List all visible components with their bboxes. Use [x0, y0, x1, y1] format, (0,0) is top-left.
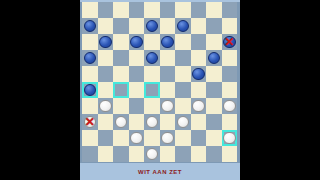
square-r7c3	[113, 98, 129, 114]
white-man[interactable]	[223, 132, 236, 145]
white-man[interactable]	[161, 100, 174, 113]
square-r4c5[interactable]	[144, 50, 160, 66]
blue-man[interactable]	[208, 52, 221, 65]
square-r9c3	[113, 130, 129, 146]
square-r10c8	[191, 146, 207, 162]
square-r3c1	[82, 34, 98, 50]
square-r2c8	[191, 18, 207, 34]
square-r3c6[interactable]	[160, 34, 176, 50]
blue-man[interactable]	[146, 20, 159, 33]
white-man[interactable]	[130, 132, 143, 145]
square-r5c4[interactable]	[129, 66, 145, 82]
white-man[interactable]	[161, 132, 174, 145]
square-r4c4	[129, 50, 145, 66]
white-man[interactable]	[115, 116, 128, 129]
square-r7c6[interactable]	[160, 98, 176, 114]
square-r8c3[interactable]	[113, 114, 129, 130]
square-r8c4	[129, 114, 145, 130]
blue-man[interactable]	[84, 20, 97, 33]
board: ✕✕	[82, 2, 237, 162]
square-r10c10	[222, 146, 238, 162]
square-r9c2[interactable]	[98, 130, 114, 146]
square-r1c3	[113, 2, 129, 18]
square-r8c10	[222, 114, 238, 130]
blue-man[interactable]	[192, 68, 205, 81]
square-r2c10	[222, 18, 238, 34]
blue-man-marked[interactable]: ✕	[223, 36, 236, 49]
square-r8c5[interactable]	[144, 114, 160, 130]
square-r8c9[interactable]	[206, 114, 222, 130]
square-r3c10[interactable]: ✕	[222, 34, 238, 50]
square-r3c5	[144, 34, 160, 50]
square-r2c9[interactable]	[206, 18, 222, 34]
square-r6c2	[98, 82, 114, 98]
app-panel: ✕✕ WIT AAN ZET	[80, 0, 240, 180]
square-r3c9	[206, 34, 222, 50]
square-r2c4	[129, 18, 145, 34]
square-r10c6	[160, 146, 176, 162]
square-r5c2[interactable]	[98, 66, 114, 82]
white-man[interactable]	[99, 100, 112, 113]
square-r1c10[interactable]	[222, 2, 238, 18]
square-r4c9[interactable]	[206, 50, 222, 66]
square-r1c9	[206, 2, 222, 18]
capture-x-icon: ✕	[85, 117, 96, 128]
square-r4c8	[191, 50, 207, 66]
turn-indicator: WIT AAN ZET	[138, 169, 182, 175]
letterbox-stage: ✕✕ WIT AAN ZET	[0, 0, 320, 180]
blue-man[interactable]	[146, 52, 159, 65]
square-r1c1	[82, 2, 98, 18]
square-r10c9[interactable]	[206, 146, 222, 162]
square-r8c1[interactable]: ✕	[82, 114, 98, 130]
square-r4c10	[222, 50, 238, 66]
square-r7c5	[144, 98, 160, 114]
square-r9c7	[175, 130, 191, 146]
square-r8c8	[191, 114, 207, 130]
square-r5c1	[82, 66, 98, 82]
square-r10c3[interactable]	[113, 146, 129, 162]
square-r2c2	[98, 18, 114, 34]
square-r9c4[interactable]	[129, 130, 145, 146]
square-r3c4[interactable]	[129, 34, 145, 50]
square-r2c1[interactable]	[82, 18, 98, 34]
square-r6c1[interactable]	[82, 82, 98, 98]
square-r5c10[interactable]	[222, 66, 238, 82]
square-r1c7	[175, 2, 191, 18]
white-man[interactable]	[177, 116, 190, 129]
square-r5c9	[206, 66, 222, 82]
square-r4c1[interactable]	[82, 50, 98, 66]
square-r4c3[interactable]	[113, 50, 129, 66]
square-r8c7[interactable]	[175, 114, 191, 130]
square-r7c1	[82, 98, 98, 114]
square-r10c1[interactable]	[82, 146, 98, 162]
square-r6c10	[222, 82, 238, 98]
square-r6c8	[191, 82, 207, 98]
square-r9c6[interactable]	[160, 130, 176, 146]
square-r2c3[interactable]	[113, 18, 129, 34]
square-r10c7[interactable]	[175, 146, 191, 162]
square-r8c6	[160, 114, 176, 130]
square-r7c4[interactable]	[129, 98, 145, 114]
white-man[interactable]	[223, 100, 236, 113]
square-r1c5	[144, 2, 160, 18]
square-r9c10[interactable]	[222, 130, 238, 146]
square-r9c5	[144, 130, 160, 146]
square-r9c8[interactable]	[191, 130, 207, 146]
square-r5c3	[113, 66, 129, 82]
square-r3c3	[113, 34, 129, 50]
square-r6c5[interactable]	[144, 82, 160, 98]
square-r5c5	[144, 66, 160, 82]
white-man[interactable]	[146, 148, 159, 161]
square-r3c7	[175, 34, 191, 50]
square-r6c6	[160, 82, 176, 98]
square-r6c3[interactable]	[113, 82, 129, 98]
square-r2c6	[160, 18, 176, 34]
blue-man[interactable]	[84, 84, 97, 97]
capture-x-icon: ✕	[224, 37, 235, 48]
blue-man[interactable]	[130, 36, 143, 49]
square-r10c2	[98, 146, 114, 162]
square-r7c10[interactable]	[222, 98, 238, 114]
square-r7c2[interactable]	[98, 98, 114, 114]
square-r1c6[interactable]	[160, 2, 176, 18]
square-r6c4	[129, 82, 145, 98]
square-r3c8[interactable]	[191, 34, 207, 50]
square-r5c6[interactable]	[160, 66, 176, 82]
board-frame: ✕✕	[80, 2, 240, 162]
square-r6c9[interactable]	[206, 82, 222, 98]
square-r4c7[interactable]	[175, 50, 191, 66]
blue-man[interactable]	[161, 36, 174, 49]
square-r9c9	[206, 130, 222, 146]
square-r8c2	[98, 114, 114, 130]
square-r1c2[interactable]	[98, 2, 114, 18]
square-r10c5[interactable]	[144, 146, 160, 162]
square-r9c1	[82, 130, 98, 146]
square-r3c2[interactable]	[98, 34, 114, 50]
square-r7c7	[175, 98, 191, 114]
blue-man[interactable]	[84, 52, 97, 65]
square-r5c7	[175, 66, 191, 82]
blue-man[interactable]	[177, 20, 190, 33]
square-r5c8[interactable]	[191, 66, 207, 82]
square-r2c5[interactable]	[144, 18, 160, 34]
white-man[interactable]	[146, 116, 159, 129]
square-r4c6	[160, 50, 176, 66]
blue-man[interactable]	[99, 36, 112, 49]
square-r4c2	[98, 50, 114, 66]
white-man-marked[interactable]: ✕	[84, 116, 97, 129]
square-r6c7[interactable]	[175, 82, 191, 98]
square-r1c8[interactable]	[191, 2, 207, 18]
status-bar: WIT AAN ZET	[80, 162, 240, 180]
square-r1c4[interactable]	[129, 2, 145, 18]
white-man[interactable]	[192, 100, 205, 113]
square-r2c7[interactable]	[175, 18, 191, 34]
square-r7c8[interactable]	[191, 98, 207, 114]
square-r10c4	[129, 146, 145, 162]
square-r7c9	[206, 98, 222, 114]
